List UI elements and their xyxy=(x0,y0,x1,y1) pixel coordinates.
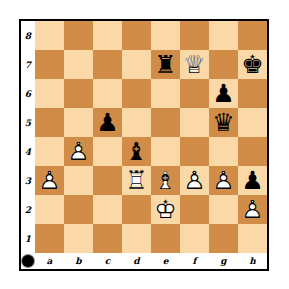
file-label-f: f xyxy=(180,253,209,269)
square-d2[interactable] xyxy=(122,195,151,224)
square-e1[interactable] xyxy=(151,224,180,253)
square-a3[interactable]: ♟♙ xyxy=(35,166,64,195)
board-grid: 87♜♛♕♚6♟5♟♛4♟♙♝3♟♙♜♖♝♗♟♙♟♙♟2♚♔♟♙1abcdefg… xyxy=(21,21,267,269)
rank-label-5: 5 xyxy=(21,108,35,137)
piece-white-pawn: ♙ xyxy=(180,166,209,195)
square-e3[interactable]: ♝♗ xyxy=(151,166,180,195)
square-f4[interactable] xyxy=(180,137,209,166)
square-b4[interactable]: ♟♙ xyxy=(64,137,93,166)
file-label-c: c xyxy=(93,253,122,269)
rank-label-7: 7 xyxy=(21,50,35,79)
square-c8[interactable] xyxy=(93,21,122,50)
square-h1[interactable] xyxy=(238,224,267,253)
square-h4[interactable] xyxy=(238,137,267,166)
square-h2[interactable]: ♟♙ xyxy=(238,195,267,224)
piece-white-bishop-fill: ♝ xyxy=(151,166,180,195)
square-e2[interactable]: ♚♔ xyxy=(151,195,180,224)
piece-black-king: ♚ xyxy=(238,50,267,79)
square-e6[interactable] xyxy=(151,79,180,108)
square-g6[interactable]: ♟ xyxy=(209,79,238,108)
square-f8[interactable] xyxy=(180,21,209,50)
square-a5[interactable] xyxy=(35,108,64,137)
square-d7[interactable] xyxy=(122,50,151,79)
square-d6[interactable] xyxy=(122,79,151,108)
square-a1[interactable] xyxy=(35,224,64,253)
square-f3[interactable]: ♟♙ xyxy=(180,166,209,195)
square-e4[interactable] xyxy=(151,137,180,166)
board-frame: 87♜♛♕♚6♟5♟♛4♟♙♝3♟♙♜♖♝♗♟♙♟♙♟2♚♔♟♙1abcdefg… xyxy=(19,19,269,271)
square-c6[interactable] xyxy=(93,79,122,108)
piece-white-pawn-fill: ♟ xyxy=(180,166,209,195)
rank-label-4: 4 xyxy=(21,137,35,166)
piece-white-pawn-fill: ♟ xyxy=(64,137,93,166)
square-g1[interactable] xyxy=(209,224,238,253)
piece-white-pawn: ♙ xyxy=(35,166,64,195)
square-g2[interactable] xyxy=(209,195,238,224)
square-b7[interactable] xyxy=(64,50,93,79)
square-a8[interactable] xyxy=(35,21,64,50)
piece-white-pawn: ♙ xyxy=(209,166,238,195)
rank-label-6: 6 xyxy=(21,79,35,108)
square-c7[interactable] xyxy=(93,50,122,79)
square-c4[interactable] xyxy=(93,137,122,166)
square-f5[interactable] xyxy=(180,108,209,137)
rank-label-8: 8 xyxy=(21,21,35,50)
square-h5[interactable] xyxy=(238,108,267,137)
piece-black-pawn: ♟ xyxy=(209,79,238,108)
square-c5[interactable]: ♟ xyxy=(93,108,122,137)
square-c2[interactable] xyxy=(93,195,122,224)
square-f2[interactable] xyxy=(180,195,209,224)
piece-white-pawn-fill: ♟ xyxy=(238,195,267,224)
square-b3[interactable] xyxy=(64,166,93,195)
piece-white-rook: ♖ xyxy=(122,166,151,195)
square-g3[interactable]: ♟♙ xyxy=(209,166,238,195)
piece-white-pawn-fill: ♟ xyxy=(35,166,64,195)
piece-white-queen: ♕ xyxy=(180,50,209,79)
rank-label-1: 1 xyxy=(21,224,35,253)
piece-white-pawn: ♙ xyxy=(238,195,267,224)
piece-white-king: ♔ xyxy=(151,195,180,224)
square-c3[interactable] xyxy=(93,166,122,195)
square-c1[interactable] xyxy=(93,224,122,253)
file-label-b: b xyxy=(64,253,93,269)
piece-white-pawn: ♙ xyxy=(64,137,93,166)
chess-diagram-page: 87♜♛♕♚6♟5♟♛4♟♙♝3♟♙♜♖♝♗♟♙♟♙♟2♚♔♟♙1abcdefg… xyxy=(0,0,289,289)
square-b8[interactable] xyxy=(64,21,93,50)
square-d1[interactable] xyxy=(122,224,151,253)
side-to-move-indicator xyxy=(21,253,35,269)
piece-black-rook: ♜ xyxy=(151,50,180,79)
square-h6[interactable] xyxy=(238,79,267,108)
square-g7[interactable] xyxy=(209,50,238,79)
piece-black-pawn: ♟ xyxy=(93,108,122,137)
square-e7[interactable]: ♜ xyxy=(151,50,180,79)
square-g4[interactable] xyxy=(209,137,238,166)
square-a4[interactable] xyxy=(35,137,64,166)
file-label-g: g xyxy=(209,253,238,269)
rank-label-3: 3 xyxy=(21,166,35,195)
file-label-e: e xyxy=(151,253,180,269)
square-b1[interactable] xyxy=(64,224,93,253)
file-label-h: h xyxy=(238,253,267,269)
square-d5[interactable] xyxy=(122,108,151,137)
piece-white-king-fill: ♚ xyxy=(151,195,180,224)
piece-white-bishop: ♗ xyxy=(151,166,180,195)
rank-label-2: 2 xyxy=(21,195,35,224)
piece-white-rook-fill: ♜ xyxy=(122,166,151,195)
file-label-a: a xyxy=(35,253,64,269)
piece-black-pawn: ♟ xyxy=(238,166,267,195)
square-b5[interactable] xyxy=(64,108,93,137)
square-a2[interactable] xyxy=(35,195,64,224)
square-f6[interactable] xyxy=(180,79,209,108)
piece-white-pawn-fill: ♟ xyxy=(209,166,238,195)
file-label-d: d xyxy=(122,253,151,269)
square-h8[interactable] xyxy=(238,21,267,50)
black-to-move-icon xyxy=(22,255,34,267)
square-h7[interactable]: ♚ xyxy=(238,50,267,79)
square-g8[interactable] xyxy=(209,21,238,50)
square-e8[interactable] xyxy=(151,21,180,50)
square-a6[interactable] xyxy=(35,79,64,108)
square-d4[interactable]: ♝ xyxy=(122,137,151,166)
square-f7[interactable]: ♛♕ xyxy=(180,50,209,79)
square-f1[interactable] xyxy=(180,224,209,253)
piece-black-queen: ♛ xyxy=(209,108,238,137)
square-h3[interactable]: ♟ xyxy=(238,166,267,195)
square-d8[interactable] xyxy=(122,21,151,50)
square-g5[interactable]: ♛ xyxy=(209,108,238,137)
square-d3[interactable]: ♜♖ xyxy=(122,166,151,195)
square-a7[interactable] xyxy=(35,50,64,79)
square-b2[interactable] xyxy=(64,195,93,224)
square-b6[interactable] xyxy=(64,79,93,108)
square-e5[interactable] xyxy=(151,108,180,137)
piece-white-queen-fill: ♛ xyxy=(180,50,209,79)
piece-black-bishop: ♝ xyxy=(122,137,151,166)
